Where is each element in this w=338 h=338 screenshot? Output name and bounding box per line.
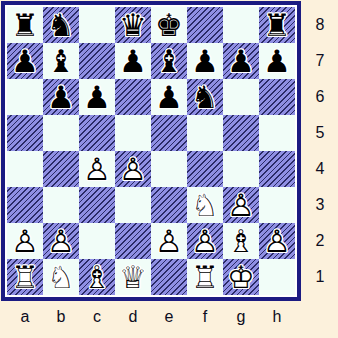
black-king-piece[interactable]: ♚ [151, 7, 187, 43]
square-a3[interactable] [7, 187, 43, 223]
square-c4[interactable]: ♟♙ [79, 151, 115, 187]
white-queen-piece[interactable]: ♛♕ [115, 259, 151, 295]
black-pawn-piece[interactable]: ♟ [223, 43, 259, 79]
rank-label-5: 5 [303, 115, 337, 151]
black-pawn-piece[interactable]: ♟ [259, 43, 295, 79]
white-pawn-piece[interactable]: ♟♙ [223, 187, 259, 223]
white-pawn-piece[interactable]: ♟♙ [43, 223, 79, 259]
white-rook-piece[interactable]: ♜♖ [187, 259, 223, 295]
chess-board: ♜♞♛♚♜♟♝♟♝♟♟♟♟♟♟♞♟♙♟♙♞♘♟♙♟♙♟♙♟♙♟♙♝♗♟♙♜♖♞♘… [1, 1, 301, 301]
white-pawn-outline: ♙ [151, 223, 187, 259]
black-pawn-piece[interactable]: ♟ [7, 43, 43, 79]
square-e5[interactable] [151, 115, 187, 151]
square-f6[interactable]: ♞ [187, 79, 223, 115]
square-a4[interactable] [7, 151, 43, 187]
square-h8[interactable]: ♜ [259, 7, 295, 43]
white-queen-outline: ♕ [115, 259, 151, 295]
square-b4[interactable] [43, 151, 79, 187]
white-rook-outline: ♖ [187, 259, 223, 295]
square-c2[interactable] [79, 223, 115, 259]
file-label-g: g [223, 302, 259, 332]
square-f7[interactable]: ♟ [187, 43, 223, 79]
square-d4[interactable]: ♟♙ [115, 151, 151, 187]
square-h4[interactable] [259, 151, 295, 187]
file-label-a: a [7, 302, 43, 332]
square-f4[interactable] [187, 151, 223, 187]
square-a1[interactable]: ♜♖ [7, 259, 43, 295]
black-pawn-glyph: ♟ [43, 79, 79, 115]
rank-label-1: 1 [303, 259, 337, 295]
square-g5[interactable] [223, 115, 259, 151]
square-f1[interactable]: ♜♖ [187, 259, 223, 295]
square-h3[interactable] [259, 187, 295, 223]
square-e8[interactable]: ♚ [151, 7, 187, 43]
black-pawn-glyph: ♟ [79, 79, 115, 115]
square-d3[interactable] [115, 187, 151, 223]
square-e3[interactable] [151, 187, 187, 223]
square-c6[interactable]: ♟ [79, 79, 115, 115]
white-king-piece[interactable]: ♚♔ [223, 259, 259, 295]
black-pawn-glyph: ♟ [115, 43, 151, 79]
black-rook-glyph: ♜ [259, 7, 295, 43]
rank-label-6: 6 [303, 79, 337, 115]
file-label-h: h [259, 302, 295, 332]
black-pawn-glyph: ♟ [7, 43, 43, 79]
black-pawn-piece[interactable]: ♟ [151, 79, 187, 115]
square-a8[interactable]: ♜ [7, 7, 43, 43]
square-a7[interactable]: ♟ [7, 43, 43, 79]
white-bishop-piece[interactable]: ♝♗ [79, 259, 115, 295]
square-h2[interactable]: ♟♙ [259, 223, 295, 259]
rank-label-4: 4 [303, 151, 337, 187]
white-pawn-piece[interactable]: ♟♙ [115, 151, 151, 187]
black-pawn-glyph: ♟ [259, 43, 295, 79]
square-d5[interactable] [115, 115, 151, 151]
square-d7[interactable]: ♟ [115, 43, 151, 79]
black-pawn-piece[interactable]: ♟ [187, 43, 223, 79]
square-c7[interactable] [79, 43, 115, 79]
square-e7[interactable]: ♝ [151, 43, 187, 79]
white-knight-outline: ♘ [43, 259, 79, 295]
white-knight-piece[interactable]: ♞♘ [43, 259, 79, 295]
black-rook-glyph: ♜ [7, 7, 43, 43]
square-e2[interactable]: ♟♙ [151, 223, 187, 259]
square-f8[interactable] [187, 7, 223, 43]
black-queen-glyph: ♛ [115, 7, 151, 43]
square-e6[interactable]: ♟ [151, 79, 187, 115]
square-g6[interactable] [223, 79, 259, 115]
black-pawn-glyph: ♟ [223, 43, 259, 79]
square-f5[interactable] [187, 115, 223, 151]
file-label-e: e [151, 302, 187, 332]
square-e1[interactable] [151, 259, 187, 295]
white-knight-piece[interactable]: ♞♘ [187, 187, 223, 223]
file-label-f: f [187, 302, 223, 332]
white-pawn-piece[interactable]: ♟♙ [79, 151, 115, 187]
white-pawn-outline: ♙ [7, 223, 43, 259]
black-king-glyph: ♚ [151, 7, 187, 43]
square-b5[interactable] [43, 115, 79, 151]
black-knight-piece[interactable]: ♞ [43, 7, 79, 43]
black-knight-piece[interactable]: ♞ [187, 79, 223, 115]
square-a2[interactable]: ♟♙ [7, 223, 43, 259]
white-pawn-outline: ♙ [115, 151, 151, 187]
black-bishop-glyph: ♝ [43, 43, 79, 79]
rank-label-3: 3 [303, 187, 337, 223]
square-g8[interactable] [223, 7, 259, 43]
white-bishop-outline: ♗ [223, 223, 259, 259]
square-b3[interactable] [43, 187, 79, 223]
square-g4[interactable] [223, 151, 259, 187]
white-pawn-outline: ♙ [187, 223, 223, 259]
black-pawn-glyph: ♟ [151, 79, 187, 115]
black-queen-piece[interactable]: ♛ [115, 7, 151, 43]
white-knight-outline: ♘ [187, 187, 223, 223]
square-a6[interactable] [7, 79, 43, 115]
square-f3[interactable]: ♞♘ [187, 187, 223, 223]
black-knight-glyph: ♞ [43, 7, 79, 43]
white-pawn-outline: ♙ [43, 223, 79, 259]
white-rook-piece[interactable]: ♜♖ [7, 259, 43, 295]
square-d2[interactable] [115, 223, 151, 259]
square-b8[interactable]: ♞ [43, 7, 79, 43]
square-e4[interactable] [151, 151, 187, 187]
square-c8[interactable] [79, 7, 115, 43]
square-g7[interactable]: ♟ [223, 43, 259, 79]
white-pawn-piece[interactable]: ♟♙ [7, 223, 43, 259]
rank-label-8: 8 [303, 7, 337, 43]
white-pawn-piece[interactable]: ♟♙ [151, 223, 187, 259]
black-rook-piece[interactable]: ♜ [7, 7, 43, 43]
square-h5[interactable] [259, 115, 295, 151]
white-pawn-piece[interactable]: ♟♙ [259, 223, 295, 259]
square-h7[interactable]: ♟ [259, 43, 295, 79]
square-d8[interactable]: ♛ [115, 7, 151, 43]
square-c5[interactable] [79, 115, 115, 151]
white-bishop-outline: ♗ [79, 259, 115, 295]
square-a5[interactable] [7, 115, 43, 151]
square-f2[interactable]: ♟♙ [187, 223, 223, 259]
black-pawn-piece[interactable]: ♟ [115, 43, 151, 79]
file-label-d: d [115, 302, 151, 332]
white-pawn-outline: ♙ [259, 223, 295, 259]
black-pawn-piece[interactable]: ♟ [79, 79, 115, 115]
black-bishop-piece[interactable]: ♝ [151, 43, 187, 79]
square-g3[interactable]: ♟♙ [223, 187, 259, 223]
black-knight-glyph: ♞ [187, 79, 223, 115]
file-label-b: b [43, 302, 79, 332]
rank-label-2: 2 [303, 223, 337, 259]
black-bishop-piece[interactable]: ♝ [43, 43, 79, 79]
white-rook-outline: ♖ [7, 259, 43, 295]
black-bishop-glyph: ♝ [151, 43, 187, 79]
square-g1[interactable]: ♚♔ [223, 259, 259, 295]
white-pawn-outline: ♙ [223, 187, 259, 223]
square-g2[interactable]: ♝♗ [223, 223, 259, 259]
square-c1[interactable]: ♝♗ [79, 259, 115, 295]
square-b7[interactable]: ♝ [43, 43, 79, 79]
white-king-outline: ♔ [223, 259, 259, 295]
file-label-c: c [79, 302, 115, 332]
square-h1[interactable] [259, 259, 295, 295]
square-h6[interactable] [259, 79, 295, 115]
black-pawn-glyph: ♟ [187, 43, 223, 79]
square-b1[interactable]: ♞♘ [43, 259, 79, 295]
square-b2[interactable]: ♟♙ [43, 223, 79, 259]
square-d6[interactable] [115, 79, 151, 115]
white-bishop-piece[interactable]: ♝♗ [223, 223, 259, 259]
square-d1[interactable]: ♛♕ [115, 259, 151, 295]
rank-label-7: 7 [303, 43, 337, 79]
square-c3[interactable] [79, 187, 115, 223]
white-pawn-piece[interactable]: ♟♙ [187, 223, 223, 259]
board-grid: ♜♞♛♚♜♟♝♟♝♟♟♟♟♟♟♞♟♙♟♙♞♘♟♙♟♙♟♙♟♙♟♙♝♗♟♙♜♖♞♘… [7, 7, 295, 295]
black-pawn-piece[interactable]: ♟ [43, 79, 79, 115]
square-b6[interactable]: ♟ [43, 79, 79, 115]
black-rook-piece[interactable]: ♜ [259, 7, 295, 43]
white-pawn-outline: ♙ [79, 151, 115, 187]
